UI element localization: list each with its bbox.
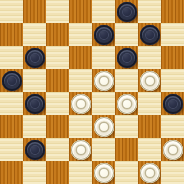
square-e5[interactable] — [92, 69, 115, 92]
square-b8[interactable] — [23, 0, 46, 23]
square-a7[interactable] — [0, 23, 23, 46]
square-g1[interactable] — [138, 161, 161, 184]
square-e3[interactable] — [92, 115, 115, 138]
square-d8[interactable] — [69, 0, 92, 23]
square-f2[interactable] — [115, 138, 138, 161]
square-f8[interactable] — [115, 0, 138, 23]
white-man-f4[interactable] — [117, 94, 137, 114]
white-man-h2[interactable] — [163, 140, 183, 160]
square-b7 — [23, 23, 46, 46]
square-f1 — [115, 161, 138, 184]
square-a1[interactable] — [0, 161, 23, 184]
white-man-d2[interactable] — [71, 140, 91, 160]
square-e6 — [92, 46, 115, 69]
black-man-h4[interactable] — [163, 94, 183, 114]
checkers-board — [0, 0, 184, 184]
square-h7 — [161, 23, 184, 46]
square-b3 — [23, 115, 46, 138]
square-b1 — [23, 161, 46, 184]
square-e8 — [92, 0, 115, 23]
square-f7 — [115, 23, 138, 46]
white-man-g1[interactable] — [140, 163, 160, 183]
square-h1 — [161, 161, 184, 184]
square-f6[interactable] — [115, 46, 138, 69]
square-d6[interactable] — [69, 46, 92, 69]
square-a3[interactable] — [0, 115, 23, 138]
square-e4 — [92, 92, 115, 115]
square-c8 — [46, 0, 69, 23]
white-man-e1[interactable] — [94, 163, 114, 183]
square-f3 — [115, 115, 138, 138]
black-man-f8[interactable] — [117, 2, 137, 22]
square-c6 — [46, 46, 69, 69]
square-b2[interactable] — [23, 138, 46, 161]
square-a2 — [0, 138, 23, 161]
square-b5 — [23, 69, 46, 92]
black-man-a5[interactable] — [2, 71, 22, 91]
square-d7 — [69, 23, 92, 46]
square-g3[interactable] — [138, 115, 161, 138]
square-h5 — [161, 69, 184, 92]
square-g7[interactable] — [138, 23, 161, 46]
square-c4 — [46, 92, 69, 115]
square-g4 — [138, 92, 161, 115]
square-e7[interactable] — [92, 23, 115, 46]
square-g5[interactable] — [138, 69, 161, 92]
square-h2[interactable] — [161, 138, 184, 161]
white-man-e3[interactable] — [94, 117, 114, 137]
square-a8 — [0, 0, 23, 23]
black-man-b2[interactable] — [25, 140, 45, 160]
square-f4[interactable] — [115, 92, 138, 115]
square-e1[interactable] — [92, 161, 115, 184]
square-c5[interactable] — [46, 69, 69, 92]
square-d2[interactable] — [69, 138, 92, 161]
black-man-g7[interactable] — [140, 25, 160, 45]
white-man-e5[interactable] — [94, 71, 114, 91]
square-b6[interactable] — [23, 46, 46, 69]
square-d3 — [69, 115, 92, 138]
square-c1[interactable] — [46, 161, 69, 184]
square-g6 — [138, 46, 161, 69]
square-c2 — [46, 138, 69, 161]
square-d1 — [69, 161, 92, 184]
black-man-f6[interactable] — [117, 48, 137, 68]
square-g2 — [138, 138, 161, 161]
white-man-g5[interactable] — [140, 71, 160, 91]
black-man-b4[interactable] — [25, 94, 45, 114]
square-f5 — [115, 69, 138, 92]
black-man-b6[interactable] — [25, 48, 45, 68]
square-h3 — [161, 115, 184, 138]
square-e2 — [92, 138, 115, 161]
square-g8 — [138, 0, 161, 23]
square-a5[interactable] — [0, 69, 23, 92]
square-d4[interactable] — [69, 92, 92, 115]
square-h8[interactable] — [161, 0, 184, 23]
square-h4[interactable] — [161, 92, 184, 115]
square-b4[interactable] — [23, 92, 46, 115]
square-d5 — [69, 69, 92, 92]
white-man-d4[interactable] — [71, 94, 91, 114]
square-h6[interactable] — [161, 46, 184, 69]
square-c3[interactable] — [46, 115, 69, 138]
black-man-e7[interactable] — [94, 25, 114, 45]
square-a4 — [0, 92, 23, 115]
square-a6 — [0, 46, 23, 69]
square-c7[interactable] — [46, 23, 69, 46]
